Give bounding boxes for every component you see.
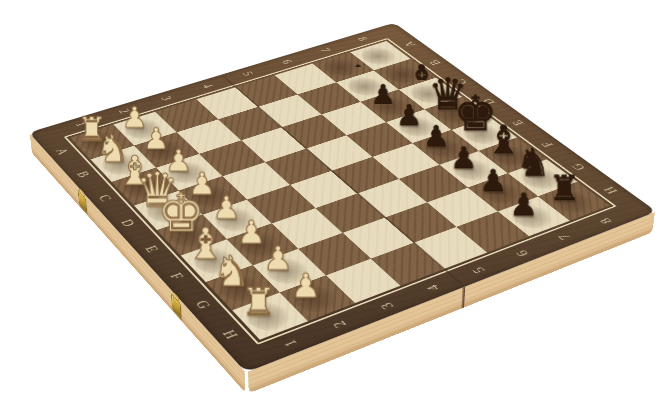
chess-set-photo: Wooden folding chess set with Staunton p… [0, 0, 660, 407]
white-rook-h1[interactable]: ♜ [231, 184, 286, 320]
fold-seam-side [462, 286, 466, 308]
board-frame: ABCDEFGH ABCDEFGH 12345678 12345678 ♜♞♝♛… [29, 23, 657, 373]
chess-board: ABCDEFGH ABCDEFGH 12345678 12345678 ♜♞♝♛… [29, 23, 657, 373]
square-g5[interactable] [386, 202, 457, 242]
board-grid: ♜♞♝♛♚♝♞♜♟♟♟♟♟♟♟♟♟♟♟♟♟♟♟♟♜♞♝♛♚♝♞♜ [70, 41, 609, 340]
inlay-border: ♜♞♝♛♚♝♞♜♟♟♟♟♟♟♟♟♟♟♟♟♟♟♟♟♜♞♝♛♚♝♞♜ [64, 38, 617, 345]
black-pawn-h7[interactable]: ♟ [499, 94, 550, 220]
white-pawn-h2[interactable]: ♟ [278, 168, 333, 303]
